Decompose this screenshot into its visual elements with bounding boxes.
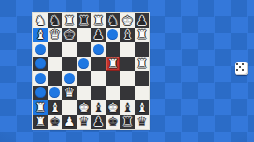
blue-disc [35, 44, 46, 55]
blue-disc [35, 87, 46, 98]
square-d1[interactable]: ♛ [77, 115, 92, 130]
square-f1[interactable]: ♚ [106, 115, 121, 130]
square-g2[interactable]: ♝ [120, 100, 135, 115]
square-d7[interactable] [77, 28, 92, 43]
square-a4[interactable] [33, 71, 48, 86]
white-pawn-piece: ♟ [63, 115, 75, 128]
square-b1[interactable]: ♚ [48, 115, 63, 130]
square-f5[interactable]: ♜ [106, 57, 121, 72]
square-h1[interactable]: ♛ [135, 115, 150, 130]
square-f3[interactable] [106, 86, 121, 101]
chess-board: ♞♞♜♜♜♞♚♟♝♛♚♟♝♜♜♜♛♜♝♚♝♚♝♝♜♚♟♛♟♚♜♛ [33, 13, 149, 129]
square-d5[interactable] [77, 57, 92, 72]
black-king-piece: ♚ [49, 115, 61, 128]
black-pawn-piece: ♟ [136, 13, 148, 26]
black-queen-piece: ♛ [136, 115, 148, 128]
square-g5[interactable] [120, 57, 135, 72]
square-d8[interactable]: ♜ [77, 13, 92, 28]
blue-disc [107, 29, 118, 40]
white-rook-piece: ♜ [63, 13, 75, 26]
square-g8[interactable]: ♚ [120, 13, 135, 28]
square-c5[interactable] [62, 57, 77, 72]
square-b4[interactable] [48, 71, 63, 86]
square-h3[interactable] [135, 86, 150, 101]
square-h7[interactable]: ♜ [135, 28, 150, 43]
square-b7[interactable]: ♛ [48, 28, 63, 43]
square-c7[interactable]: ♚ [62, 28, 77, 43]
square-h4[interactable] [135, 71, 150, 86]
square-g1[interactable]: ♜ [120, 115, 135, 130]
dice-pip [236, 63, 239, 66]
blue-disc [64, 73, 75, 84]
square-h6[interactable] [135, 42, 150, 57]
dice-pip [242, 63, 245, 66]
square-b5[interactable] [48, 57, 63, 72]
black-rook-piece: ♜ [121, 115, 133, 128]
square-a5[interactable] [33, 57, 48, 72]
square-e4[interactable] [91, 71, 106, 86]
white-rook-piece: ♜ [107, 57, 119, 70]
square-f6[interactable] [106, 42, 121, 57]
black-bishop-piece: ♝ [92, 100, 104, 113]
white-rook-piece: ♜ [92, 13, 104, 26]
square-h5[interactable]: ♜ [135, 57, 150, 72]
square-c2[interactable] [62, 100, 77, 115]
square-g6[interactable] [120, 42, 135, 57]
white-bishop-piece: ♝ [136, 100, 148, 113]
square-h8[interactable]: ♟ [135, 13, 150, 28]
white-king-piece: ♚ [121, 13, 133, 26]
square-f2[interactable]: ♚ [106, 100, 121, 115]
square-d2[interactable]: ♚ [77, 100, 92, 115]
square-g3[interactable] [120, 86, 135, 101]
square-a1[interactable]: ♜ [33, 115, 48, 130]
square-c1[interactable]: ♟ [62, 115, 77, 130]
square-e8[interactable]: ♜ [91, 13, 106, 28]
white-rook-piece: ♜ [136, 57, 148, 70]
app-background: ♞♞♜♜♜♞♚♟♝♛♚♟♝♜♜♜♛♜♝♚♝♚♝♝♜♚♟♛♟♚♜♛ [0, 0, 254, 142]
blue-disc [93, 44, 104, 55]
white-bishop-piece: ♝ [49, 100, 61, 113]
white-king-piece: ♚ [78, 100, 90, 113]
dice-icon[interactable] [235, 62, 248, 75]
square-c6[interactable] [62, 42, 77, 57]
square-d3[interactable] [77, 86, 92, 101]
square-h2[interactable]: ♝ [135, 100, 150, 115]
square-c4[interactable] [62, 71, 77, 86]
black-knight-piece: ♞ [49, 13, 61, 26]
square-g4[interactable] [120, 71, 135, 86]
white-king-piece: ♚ [107, 100, 119, 113]
black-pawn-piece: ♟ [92, 115, 104, 128]
blue-disc [35, 73, 46, 84]
square-b2[interactable]: ♝ [48, 100, 63, 115]
black-bishop-piece: ♝ [121, 100, 133, 113]
white-queen-piece: ♛ [49, 28, 61, 41]
dice-pip [242, 69, 245, 72]
square-e6[interactable] [91, 42, 106, 57]
square-a8[interactable]: ♞ [33, 13, 48, 28]
square-f8[interactable]: ♞ [106, 13, 121, 28]
black-king-piece: ♚ [107, 115, 119, 128]
white-rook-piece: ♜ [136, 28, 148, 41]
white-rook-piece: ♜ [34, 100, 46, 113]
square-c8[interactable]: ♜ [62, 13, 77, 28]
square-a3[interactable] [33, 86, 48, 101]
black-king-piece: ♚ [63, 28, 75, 41]
square-a6[interactable] [33, 42, 48, 57]
square-b8[interactable]: ♞ [48, 13, 63, 28]
dice-pip [236, 69, 239, 72]
square-b3[interactable] [48, 86, 63, 101]
square-e7[interactable]: ♟ [91, 28, 106, 43]
black-rook-piece: ♜ [78, 13, 90, 26]
black-pawn-piece: ♟ [92, 28, 104, 41]
blue-disc [49, 87, 60, 98]
white-knight-piece: ♞ [34, 13, 46, 26]
black-queen-piece: ♛ [78, 115, 90, 128]
square-e2[interactable]: ♝ [91, 100, 106, 115]
square-a2[interactable]: ♜ [33, 100, 48, 115]
square-e3[interactable] [91, 86, 106, 101]
blue-disc [78, 58, 89, 69]
square-e5[interactable] [91, 57, 106, 72]
square-d4[interactable] [77, 71, 92, 86]
blue-disc [35, 58, 46, 69]
black-bishop-piece: ♝ [121, 28, 133, 41]
white-bishop-piece: ♝ [34, 28, 46, 41]
square-a7[interactable]: ♝ [33, 28, 48, 43]
white-rook-piece: ♜ [34, 115, 46, 128]
dice-pip [239, 66, 242, 69]
square-f7[interactable] [106, 28, 121, 43]
square-e1[interactable]: ♟ [91, 115, 106, 130]
square-d6[interactable] [77, 42, 92, 57]
square-c3[interactable]: ♛ [62, 86, 77, 101]
white-queen-piece: ♛ [63, 86, 75, 99]
square-f4[interactable] [106, 71, 121, 86]
black-knight-piece: ♞ [107, 13, 119, 26]
square-b6[interactable] [48, 42, 63, 57]
square-g7[interactable]: ♝ [120, 28, 135, 43]
